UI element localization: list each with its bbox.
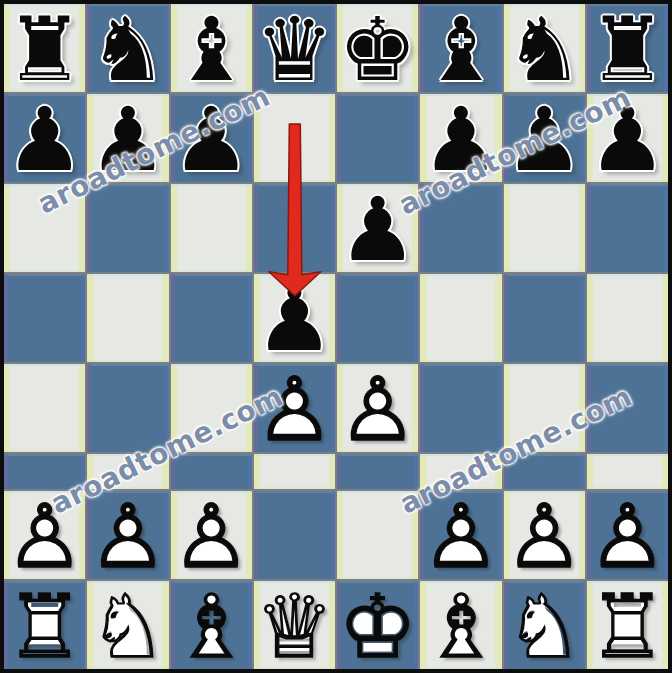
square-c4 xyxy=(171,364,252,452)
piece-white-king-fill: ♚ xyxy=(338,583,417,671)
piece-white-knight: ♘ xyxy=(88,583,167,671)
piece-white-pawn: ♙ xyxy=(588,493,667,581)
square-d5: ♟ xyxy=(254,274,335,362)
square-a8: ♜ xyxy=(4,4,85,92)
piece-black-bishop: ♝ xyxy=(172,6,251,94)
piece-white-pawn-fill: ♟ xyxy=(588,493,667,581)
square-h3 xyxy=(587,454,668,489)
square-f2: ♟♙ xyxy=(420,491,501,579)
square-d1: ♛♕ xyxy=(254,581,335,669)
piece-black-king: ♚ xyxy=(338,6,417,94)
piece-white-pawn: ♙ xyxy=(172,493,251,581)
square-e8: ♚ xyxy=(337,4,418,92)
piece-white-pawn: ♙ xyxy=(255,366,334,454)
square-e4: ♟♙ xyxy=(337,364,418,452)
square-e5 xyxy=(337,274,418,362)
piece-white-rook-fill: ♜ xyxy=(5,583,84,671)
piece-white-pawn-fill: ♟ xyxy=(505,493,584,581)
piece-white-rook: ♖ xyxy=(5,583,84,671)
piece-white-pawn-fill: ♟ xyxy=(5,493,84,581)
piece-white-knight: ♘ xyxy=(505,583,584,671)
piece-white-bishop-fill: ♝ xyxy=(172,583,251,671)
square-h4 xyxy=(587,364,668,452)
square-b7: ♟ xyxy=(87,94,168,182)
piece-black-rook: ♜ xyxy=(588,6,667,94)
square-g4 xyxy=(504,364,585,452)
square-c1: ♝♗ xyxy=(171,581,252,669)
piece-black-pawn: ♟ xyxy=(338,186,417,274)
square-f5 xyxy=(420,274,501,362)
square-e3 xyxy=(337,454,418,489)
piece-white-pawn-fill: ♟ xyxy=(338,366,417,454)
square-b4 xyxy=(87,364,168,452)
piece-white-pawn-fill: ♟ xyxy=(255,366,334,454)
piece-black-pawn: ♟ xyxy=(88,96,167,184)
square-d3 xyxy=(254,454,335,489)
square-h1: ♜♖ xyxy=(587,581,668,669)
square-c7: ♟ xyxy=(171,94,252,182)
piece-white-knight-fill: ♞ xyxy=(505,583,584,671)
square-b8: ♞ xyxy=(87,4,168,92)
square-f7: ♟ xyxy=(420,94,501,182)
piece-white-king: ♔ xyxy=(338,583,417,671)
square-f1: ♝♗ xyxy=(420,581,501,669)
square-d7 xyxy=(254,94,335,182)
square-c2: ♟♙ xyxy=(171,491,252,579)
square-a1: ♜♖ xyxy=(4,581,85,669)
square-a7: ♟ xyxy=(4,94,85,182)
square-h5 xyxy=(587,274,668,362)
piece-white-pawn-fill: ♟ xyxy=(172,493,251,581)
square-d2 xyxy=(254,491,335,579)
square-f3 xyxy=(420,454,501,489)
square-g2: ♟♙ xyxy=(504,491,585,579)
square-g7: ♟ xyxy=(504,94,585,182)
square-a2: ♟♙ xyxy=(4,491,85,579)
square-c8: ♝ xyxy=(171,4,252,92)
square-a4 xyxy=(4,364,85,452)
piece-white-rook: ♖ xyxy=(588,583,667,671)
square-g8: ♞ xyxy=(504,4,585,92)
piece-white-knight-fill: ♞ xyxy=(88,583,167,671)
piece-black-bishop: ♝ xyxy=(421,6,500,94)
piece-white-pawn: ♙ xyxy=(505,493,584,581)
piece-black-pawn: ♟ xyxy=(255,276,334,364)
square-e7 xyxy=(337,94,418,182)
square-b1: ♞♘ xyxy=(87,581,168,669)
square-g5 xyxy=(504,274,585,362)
piece-black-rook: ♜ xyxy=(5,6,84,94)
square-h6 xyxy=(587,184,668,272)
square-f4 xyxy=(420,364,501,452)
chess-board: ♜♞♝♛♚♝♞♜♟♟♟♟♟♟♟♟♟♙♟♙♟♙♟♙♟♙♟♙♟♙♟♙♜♖♞♘♝♗♛♕… xyxy=(4,4,668,669)
square-f8: ♝ xyxy=(420,4,501,92)
piece-white-pawn: ♙ xyxy=(338,366,417,454)
square-e1: ♚♔ xyxy=(337,581,418,669)
square-a5 xyxy=(4,274,85,362)
square-g3 xyxy=(504,454,585,489)
piece-white-rook-fill: ♜ xyxy=(588,583,667,671)
square-b3 xyxy=(87,454,168,489)
piece-black-pawn: ♟ xyxy=(588,96,667,184)
piece-black-pawn: ♟ xyxy=(505,96,584,184)
square-e6: ♟ xyxy=(337,184,418,272)
piece-white-pawn: ♙ xyxy=(421,493,500,581)
piece-white-pawn: ♙ xyxy=(5,493,84,581)
square-h2: ♟♙ xyxy=(587,491,668,579)
piece-white-queen-fill: ♛ xyxy=(255,583,334,671)
square-b5 xyxy=(87,274,168,362)
piece-black-queen: ♛ xyxy=(255,6,334,94)
square-d6 xyxy=(254,184,335,272)
square-g6 xyxy=(504,184,585,272)
square-c5 xyxy=(171,274,252,362)
square-g1: ♞♘ xyxy=(504,581,585,669)
chess-diagram: ♜♞♝♛♚♝♞♜♟♟♟♟♟♟♟♟♟♙♟♙♟♙♟♙♟♙♟♙♟♙♟♙♜♖♞♘♝♗♛♕… xyxy=(0,0,672,673)
piece-black-pawn: ♟ xyxy=(172,96,251,184)
piece-white-pawn-fill: ♟ xyxy=(421,493,500,581)
piece-white-pawn: ♙ xyxy=(88,493,167,581)
piece-white-queen: ♕ xyxy=(255,583,334,671)
square-e2 xyxy=(337,491,418,579)
piece-white-bishop: ♗ xyxy=(421,583,500,671)
square-a6 xyxy=(4,184,85,272)
square-b2: ♟♙ xyxy=(87,491,168,579)
piece-white-pawn-fill: ♟ xyxy=(88,493,167,581)
square-c6 xyxy=(171,184,252,272)
square-d8: ♛ xyxy=(254,4,335,92)
square-a3 xyxy=(4,454,85,489)
piece-white-bishop: ♗ xyxy=(172,583,251,671)
square-h7: ♟ xyxy=(587,94,668,182)
square-h8: ♜ xyxy=(587,4,668,92)
square-f6 xyxy=(420,184,501,272)
square-d4: ♟♙ xyxy=(254,364,335,452)
square-c3 xyxy=(171,454,252,489)
piece-white-bishop-fill: ♝ xyxy=(421,583,500,671)
piece-black-knight: ♞ xyxy=(88,6,167,94)
square-b6 xyxy=(87,184,168,272)
piece-black-knight: ♞ xyxy=(505,6,584,94)
piece-black-pawn: ♟ xyxy=(421,96,500,184)
piece-black-pawn: ♟ xyxy=(5,96,84,184)
